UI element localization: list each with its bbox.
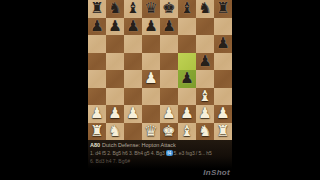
- square-g8[interactable]: ♞: [196, 0, 214, 18]
- piece-white-rook: ♜: [90, 123, 103, 141]
- piece-white-knight: ♞: [108, 123, 121, 141]
- square-a5[interactable]: [88, 53, 106, 71]
- piece-black-pawn: ♟: [144, 18, 157, 36]
- square-f4[interactable]: ♟: [178, 70, 196, 88]
- chess-board: ♜♞♝♛♚♝♞♜♟♟♟♟♟♟♟♟♟♝♟♟♟♟♟♟♟♜♞♛♚♝♞♜: [88, 0, 232, 141]
- square-f6[interactable]: [178, 35, 196, 53]
- piece-white-bishop: ♝: [198, 88, 211, 106]
- square-h3[interactable]: [214, 88, 232, 106]
- piece-black-knight: ♞: [108, 0, 121, 18]
- square-d2[interactable]: [142, 105, 160, 123]
- square-d5[interactable]: [142, 53, 160, 71]
- square-c2[interactable]: ♟: [124, 105, 142, 123]
- move-list-line-1: 1. d4 f5 2. Bg5 h6 3. Bh4 g5 4. Bg3f45. …: [88, 149, 232, 157]
- square-c5[interactable]: [124, 53, 142, 71]
- piece-white-pawn: ♟: [216, 105, 229, 123]
- piece-white-rook: ♜: [216, 123, 229, 141]
- square-e5[interactable]: [160, 53, 178, 71]
- square-c4[interactable]: [124, 70, 142, 88]
- square-c1[interactable]: [124, 123, 142, 141]
- video-frame: ♜♞♝♛♚♝♞♜♟♟♟♟♟♟♟♟♟♝♟♟♟♟♟♟♟♜♞♛♚♝♞♜ A80Dutc…: [0, 0, 320, 180]
- piece-white-pawn: ♟: [198, 105, 211, 123]
- piece-white-pawn: ♟: [108, 105, 121, 123]
- square-g5[interactable]: ♟: [196, 53, 214, 71]
- square-f3[interactable]: [178, 88, 196, 106]
- piece-black-pawn: ♟: [216, 35, 229, 53]
- inshot-watermark: InShot: [203, 168, 230, 177]
- square-g2[interactable]: ♟: [196, 105, 214, 123]
- variation-moves[interactable]: 6. Bd3 h4 7. Bg6#: [90, 158, 130, 164]
- square-h5[interactable]: [214, 53, 232, 71]
- square-f5[interactable]: [178, 53, 196, 71]
- square-e6[interactable]: [160, 35, 178, 53]
- square-f2[interactable]: ♟: [178, 105, 196, 123]
- square-h6[interactable]: ♟: [214, 35, 232, 53]
- piece-black-rook: ♜: [216, 0, 229, 18]
- moves-after-current[interactable]: 5. e3 fxg3 / 5... h5: [174, 150, 212, 156]
- piece-white-pawn: ♟: [126, 105, 139, 123]
- piece-white-queen: ♛: [144, 123, 157, 141]
- square-c7[interactable]: ♟: [124, 18, 142, 36]
- square-g6[interactable]: [196, 35, 214, 53]
- square-b3[interactable]: [106, 88, 124, 106]
- square-a8[interactable]: ♜: [88, 0, 106, 18]
- square-d4[interactable]: ♟: [142, 70, 160, 88]
- square-f1[interactable]: ♝: [178, 123, 196, 141]
- square-h4[interactable]: [214, 70, 232, 88]
- opening-name: Dutch Defense: Hopton Attack: [102, 142, 176, 148]
- square-d7[interactable]: ♟: [142, 18, 160, 36]
- square-e1[interactable]: ♚: [160, 123, 178, 141]
- piece-white-bishop: ♝: [180, 123, 193, 141]
- square-e8[interactable]: ♚: [160, 0, 178, 18]
- move-list-line-2: 6. Bd3 h4 7. Bg6#: [88, 157, 232, 165]
- piece-black-pawn: ♟: [198, 53, 211, 71]
- square-a6[interactable]: [88, 35, 106, 53]
- piece-white-pawn: ♟: [162, 105, 175, 123]
- piece-black-queen: ♛: [144, 0, 157, 18]
- left-black-bar: [0, 0, 88, 180]
- current-move-badge[interactable]: f4: [166, 150, 173, 156]
- square-c3[interactable]: [124, 88, 142, 106]
- square-b6[interactable]: [106, 35, 124, 53]
- square-b5[interactable]: [106, 53, 124, 71]
- piece-black-pawn: ♟: [108, 18, 121, 36]
- square-d8[interactable]: ♛: [142, 0, 160, 18]
- square-a3[interactable]: [88, 88, 106, 106]
- opening-eco-code: A80: [90, 142, 100, 148]
- square-g3[interactable]: ♝: [196, 88, 214, 106]
- square-b7[interactable]: ♟: [106, 18, 124, 36]
- opening-title: A80Dutch Defense: Hopton Attack: [88, 140, 232, 149]
- square-d6[interactable]: [142, 35, 160, 53]
- piece-black-pawn: ♟: [180, 70, 193, 88]
- piece-black-rook: ♜: [90, 0, 103, 18]
- piece-white-king: ♚: [162, 123, 175, 141]
- square-d3[interactable]: [142, 88, 160, 106]
- piece-black-pawn: ♟: [90, 18, 103, 36]
- piece-black-king: ♚: [162, 0, 175, 18]
- piece-black-bishop: ♝: [180, 0, 193, 18]
- square-c8[interactable]: ♝: [124, 0, 142, 18]
- square-b1[interactable]: ♞: [106, 123, 124, 141]
- square-g1[interactable]: ♞: [196, 123, 214, 141]
- square-b2[interactable]: ♟: [106, 105, 124, 123]
- square-e2[interactable]: ♟: [160, 105, 178, 123]
- square-e7[interactable]: ♟: [160, 18, 178, 36]
- content-column: ♜♞♝♛♚♝♞♜♟♟♟♟♟♟♟♟♟♝♟♟♟♟♟♟♟♜♞♛♚♝♞♜ A80Dutc…: [88, 0, 232, 180]
- moves-before-current[interactable]: 1. d4 f5 2. Bg5 h6 3. Bh4 g5 4. Bg3: [90, 150, 165, 156]
- analysis-panel: A80Dutch Defense: Hopton Attack 1. d4 f5…: [88, 140, 232, 180]
- piece-black-bishop: ♝: [126, 0, 139, 18]
- piece-black-pawn: ♟: [162, 18, 175, 36]
- square-a4[interactable]: [88, 70, 106, 88]
- square-c6[interactable]: [124, 35, 142, 53]
- piece-white-pawn: ♟: [144, 70, 157, 88]
- square-e4[interactable]: [160, 70, 178, 88]
- square-b8[interactable]: ♞: [106, 0, 124, 18]
- square-a1[interactable]: ♜: [88, 123, 106, 141]
- right-black-bar: [232, 0, 320, 180]
- square-f7[interactable]: [178, 18, 196, 36]
- piece-white-pawn: ♟: [180, 105, 193, 123]
- square-e3[interactable]: [160, 88, 178, 106]
- square-h1[interactable]: ♜: [214, 123, 232, 141]
- square-h2[interactable]: ♟: [214, 105, 232, 123]
- piece-black-knight: ♞: [198, 0, 211, 18]
- square-d1[interactable]: ♛: [142, 123, 160, 141]
- square-f8[interactable]: ♝: [178, 0, 196, 18]
- piece-white-knight: ♞: [198, 123, 211, 141]
- square-a7[interactable]: ♟: [88, 18, 106, 36]
- square-g7[interactable]: [196, 18, 214, 36]
- square-h8[interactable]: ♜: [214, 0, 232, 18]
- square-a2[interactable]: ♟: [88, 105, 106, 123]
- square-g4[interactable]: [196, 70, 214, 88]
- piece-white-pawn: ♟: [90, 105, 103, 123]
- square-h7[interactable]: [214, 18, 232, 36]
- piece-black-pawn: ♟: [126, 18, 139, 36]
- square-b4[interactable]: [106, 70, 124, 88]
